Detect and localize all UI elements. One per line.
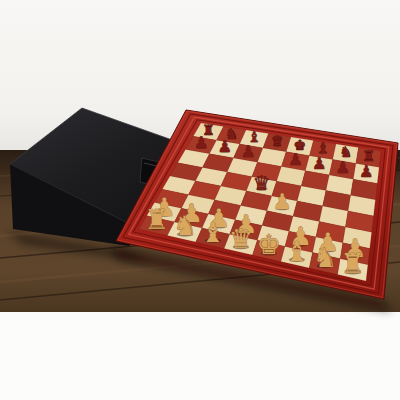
scene-canvas: ♜♞♝♛♚♝♞♜♟♟♟♟♟♟♟♛♟♟♟♟♟♟♟♟♜♞♝♛♚♝♞♜ xyxy=(0,0,400,400)
photo-bottom-background xyxy=(0,312,400,400)
piece-boxwood-bishop-c1[interactable]: ♝ xyxy=(201,217,225,248)
piece-boxwood-rook-a1[interactable]: ♜ xyxy=(145,204,169,235)
piece-red-pawn-c7[interactable]: ♟ xyxy=(241,142,256,161)
piece-red-pawn-g7[interactable]: ♟ xyxy=(336,158,351,177)
piece-red-pawn-b7[interactable]: ♟ xyxy=(218,137,233,156)
product-photo-scene: ♜♞♝♛♚♝♞♜♟♟♟♟♟♟♟♛♟♟♟♟♟♟♟♟♜♞♝♛♚♝♞♜ xyxy=(0,0,400,400)
piece-red-pawn-a7[interactable]: ♟ xyxy=(194,133,209,152)
piece-red-queen-d5[interactable]: ♛ xyxy=(253,172,271,195)
piece-boxwood-rook-h1[interactable]: ♜ xyxy=(341,248,365,279)
piece-boxwood-king-e1[interactable]: ♚ xyxy=(257,229,281,260)
piece-boxwood-queen-d1[interactable]: ♛ xyxy=(229,223,253,254)
piece-red-pawn-e7[interactable]: ♟ xyxy=(288,150,303,169)
piece-boxwood-bishop-f1[interactable]: ♝ xyxy=(285,236,309,267)
piece-red-queen-d8[interactable]: ♛ xyxy=(271,133,284,149)
piece-red-pawn-h7[interactable]: ♟ xyxy=(359,162,374,181)
piece-boxwood-knight-g1[interactable]: ♞ xyxy=(313,242,337,273)
piece-boxwood-pawn-e4[interactable]: ♟ xyxy=(273,189,292,214)
piece-boxwood-knight-b1[interactable]: ♞ xyxy=(173,210,197,241)
piece-red-pawn-f7[interactable]: ♟ xyxy=(312,154,327,173)
